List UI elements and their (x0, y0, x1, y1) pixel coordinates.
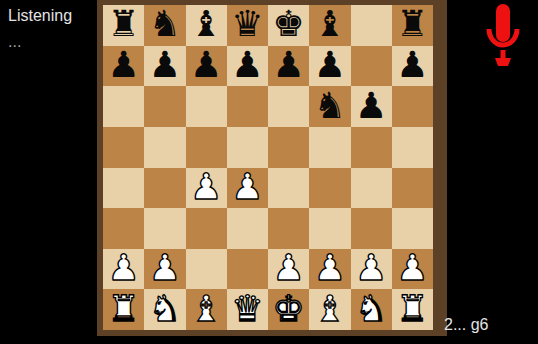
square-f3[interactable] (309, 208, 350, 249)
black-pawn-piece: ♟ (272, 47, 304, 83)
square-e1[interactable]: ♚ (268, 289, 309, 330)
white-bishop-piece: ♝ (190, 291, 222, 327)
square-e5[interactable] (268, 127, 309, 168)
square-d2[interactable] (227, 249, 268, 290)
square-c8[interactable]: ♝ (186, 5, 227, 46)
black-rook-piece: ♜ (396, 6, 428, 42)
square-b8[interactable]: ♞ (144, 5, 185, 46)
square-g6[interactable]: ♟ (351, 86, 392, 127)
square-h4[interactable] (392, 168, 433, 209)
square-h8[interactable]: ♜ (392, 5, 433, 46)
square-h5[interactable] (392, 127, 433, 168)
square-e2[interactable]: ♟ (268, 249, 309, 290)
black-rook-piece: ♜ (107, 6, 139, 42)
square-b1[interactable]: ♞ (144, 289, 185, 330)
microphone-icon[interactable] (485, 3, 521, 67)
square-a4[interactable] (103, 168, 144, 209)
black-pawn-piece: ♟ (107, 47, 139, 83)
square-e6[interactable] (268, 86, 309, 127)
square-g1[interactable]: ♞ (351, 289, 392, 330)
square-h2[interactable]: ♟ (392, 249, 433, 290)
white-rook-piece: ♜ (107, 291, 139, 327)
square-c7[interactable]: ♟ (186, 46, 227, 87)
square-f5[interactable] (309, 127, 350, 168)
square-f6[interactable]: ♞ (309, 86, 350, 127)
square-f7[interactable]: ♟ (309, 46, 350, 87)
black-knight-piece: ♞ (314, 88, 346, 124)
square-g7[interactable] (351, 46, 392, 87)
square-e7[interactable]: ♟ (268, 46, 309, 87)
white-bishop-piece: ♝ (314, 291, 346, 327)
square-f1[interactable]: ♝ (309, 289, 350, 330)
square-a7[interactable]: ♟ (103, 46, 144, 87)
square-b3[interactable] (144, 208, 185, 249)
white-pawn-piece: ♟ (149, 250, 181, 286)
white-knight-piece: ♞ (149, 291, 181, 327)
black-pawn-piece: ♟ (396, 47, 428, 83)
square-b2[interactable]: ♟ (144, 249, 185, 290)
square-b6[interactable] (144, 86, 185, 127)
voice-status-line1: Listening (8, 3, 72, 29)
white-pawn-piece: ♟ (396, 250, 428, 286)
square-b4[interactable] (144, 168, 185, 209)
black-pawn-piece: ♟ (190, 47, 222, 83)
white-queen-piece: ♛ (231, 291, 263, 327)
black-bishop-piece: ♝ (314, 6, 346, 42)
black-pawn-piece: ♟ (231, 47, 263, 83)
white-pawn-piece: ♟ (355, 250, 387, 286)
square-d7[interactable]: ♟ (227, 46, 268, 87)
square-c1[interactable]: ♝ (186, 289, 227, 330)
chess-board[interactable]: ♜♞♝♛♚♝♜♟♟♟♟♟♟♟♞♟♟♟♟♟♟♟♟♟♜♞♝♛♚♝♞♜ (97, 0, 447, 336)
square-a8[interactable]: ♜ (103, 5, 144, 46)
square-g8[interactable] (351, 5, 392, 46)
black-king-piece: ♚ (272, 6, 304, 42)
voice-status-line2: ... (8, 29, 72, 55)
square-h7[interactable]: ♟ (392, 46, 433, 87)
white-pawn-piece: ♟ (190, 169, 222, 205)
black-knight-piece: ♞ (149, 6, 181, 42)
white-pawn-piece: ♟ (107, 250, 139, 286)
square-g2[interactable]: ♟ (351, 249, 392, 290)
black-pawn-piece: ♟ (149, 47, 181, 83)
square-h1[interactable]: ♜ (392, 289, 433, 330)
last-move-label: 2... g6 (444, 316, 488, 334)
black-pawn-piece: ♟ (314, 47, 346, 83)
square-c4[interactable]: ♟ (186, 168, 227, 209)
square-c6[interactable] (186, 86, 227, 127)
white-pawn-piece: ♟ (314, 250, 346, 286)
square-c5[interactable] (186, 127, 227, 168)
square-h3[interactable] (392, 208, 433, 249)
voice-status: Listening ... (8, 3, 72, 55)
square-a2[interactable]: ♟ (103, 249, 144, 290)
white-knight-piece: ♞ (355, 291, 387, 327)
square-a6[interactable] (103, 86, 144, 127)
square-e4[interactable] (268, 168, 309, 209)
square-d1[interactable]: ♛ (227, 289, 268, 330)
square-g4[interactable] (351, 168, 392, 209)
chess-board-grid[interactable]: ♜♞♝♛♚♝♜♟♟♟♟♟♟♟♞♟♟♟♟♟♟♟♟♟♜♞♝♛♚♝♞♜ (103, 5, 433, 330)
square-e8[interactable]: ♚ (268, 5, 309, 46)
square-e3[interactable] (268, 208, 309, 249)
square-d8[interactable]: ♛ (227, 5, 268, 46)
square-a1[interactable]: ♜ (103, 289, 144, 330)
square-f8[interactable]: ♝ (309, 5, 350, 46)
square-d6[interactable] (227, 86, 268, 127)
white-pawn-piece: ♟ (231, 169, 263, 205)
square-f4[interactable] (309, 168, 350, 209)
square-f2[interactable]: ♟ (309, 249, 350, 290)
square-d3[interactable] (227, 208, 268, 249)
black-bishop-piece: ♝ (190, 6, 222, 42)
square-g5[interactable] (351, 127, 392, 168)
square-g3[interactable] (351, 208, 392, 249)
square-a5[interactable] (103, 127, 144, 168)
square-c3[interactable] (186, 208, 227, 249)
square-c2[interactable] (186, 249, 227, 290)
square-d4[interactable]: ♟ (227, 168, 268, 209)
square-d5[interactable] (227, 127, 268, 168)
square-b7[interactable]: ♟ (144, 46, 185, 87)
square-h6[interactable] (392, 86, 433, 127)
square-b5[interactable] (144, 127, 185, 168)
black-pawn-piece: ♟ (355, 88, 387, 124)
white-pawn-piece: ♟ (272, 250, 304, 286)
white-king-piece: ♚ (272, 291, 304, 327)
white-rook-piece: ♜ (396, 291, 428, 327)
black-queen-piece: ♛ (231, 6, 263, 42)
square-a3[interactable] (103, 208, 144, 249)
